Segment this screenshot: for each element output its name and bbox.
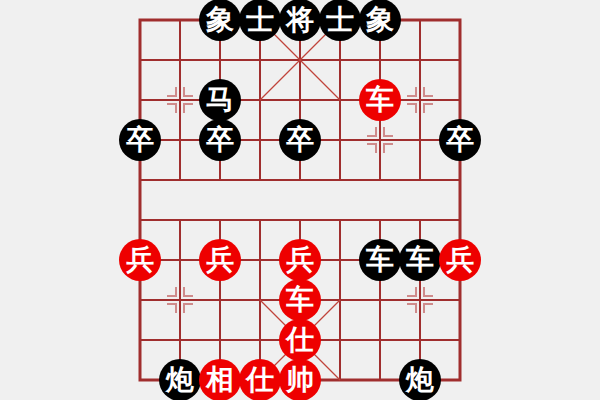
red-advisor[interactable]: 仕 [239, 359, 281, 400]
xiangqi-board: 象士将士象马车卒卒卒卒兵兵兵车车兵车仕炮相仕帅炮 [0, 0, 600, 400]
black-elephant[interactable]: 象 [359, 0, 401, 41]
black-chariot[interactable]: 车 [359, 239, 401, 281]
red-soldier[interactable]: 兵 [439, 239, 481, 281]
black-soldier[interactable]: 卒 [439, 119, 481, 161]
black-cannon[interactable]: 炮 [399, 359, 441, 400]
black-soldier[interactable]: 卒 [119, 119, 161, 161]
black-advisor[interactable]: 士 [319, 0, 361, 41]
pieces-grid: 象士将士象马车卒卒卒卒兵兵兵车车兵车仕炮相仕帅炮 [120, 0, 480, 400]
red-soldier[interactable]: 兵 [199, 239, 241, 281]
red-chariot[interactable]: 车 [359, 79, 401, 121]
black-elephant[interactable]: 象 [199, 0, 241, 41]
black-cannon[interactable]: 炮 [159, 359, 201, 400]
red-chariot[interactable]: 车 [279, 279, 321, 321]
black-advisor[interactable]: 士 [239, 0, 281, 41]
black-chariot[interactable]: 车 [399, 239, 441, 281]
red-soldier[interactable]: 兵 [119, 239, 161, 281]
red-soldier[interactable]: 兵 [279, 239, 321, 281]
red-advisor[interactable]: 仕 [279, 319, 321, 361]
red-general[interactable]: 帅 [279, 359, 321, 400]
red-elephant[interactable]: 相 [199, 359, 241, 400]
black-soldier[interactable]: 卒 [199, 119, 241, 161]
black-horse[interactable]: 马 [199, 79, 241, 121]
black-general[interactable]: 将 [279, 0, 321, 41]
black-soldier[interactable]: 卒 [279, 119, 321, 161]
